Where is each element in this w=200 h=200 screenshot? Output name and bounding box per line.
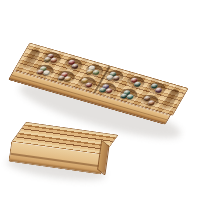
gemstone (64, 75, 72, 81)
gemstone (85, 81, 93, 87)
gemstone (43, 69, 51, 75)
storage-box-lid (3, 119, 108, 186)
pit-top-5[interactable] (125, 75, 148, 90)
product-photo-scene (0, 0, 200, 200)
gemstone (126, 93, 134, 99)
pit-top-2[interactable] (62, 57, 85, 72)
gemstone (106, 87, 114, 93)
gemstone (134, 81, 142, 87)
gemstone (50, 57, 58, 63)
pit-top-6[interactable] (145, 80, 168, 95)
gemstone (147, 99, 155, 105)
gemstone (154, 87, 162, 93)
gemstone (113, 75, 121, 81)
gemstone (71, 63, 79, 69)
